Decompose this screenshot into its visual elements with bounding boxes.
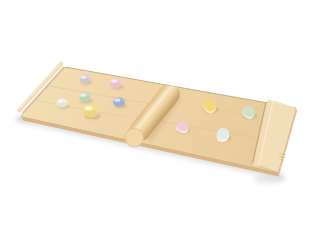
board-svg — [0, 0, 320, 240]
product-photo: Wooden slide-over-the-hill tabletop game… — [0, 0, 320, 240]
roller-end-face — [125, 129, 143, 147]
